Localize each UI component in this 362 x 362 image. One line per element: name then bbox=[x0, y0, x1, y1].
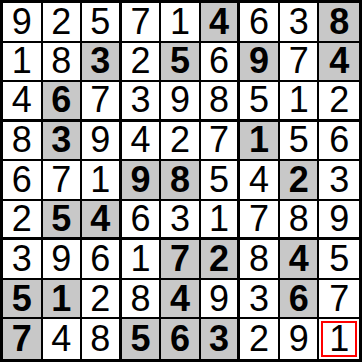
cell-r6c7[interactable]: 7 bbox=[240, 201, 280, 241]
cell-digit: 8 bbox=[90, 321, 110, 357]
cell-r4c3[interactable]: 9 bbox=[82, 122, 122, 162]
cell-r1c5[interactable]: 1 bbox=[161, 3, 201, 43]
cell-r1c6[interactable]: 4 bbox=[201, 3, 241, 43]
cell-digit: 3 bbox=[12, 241, 32, 277]
cell-r7c3[interactable]: 6 bbox=[82, 240, 122, 280]
cell-r7c4[interactable]: 1 bbox=[122, 240, 162, 280]
cell-digit: 7 bbox=[209, 122, 229, 158]
cell-r6c2[interactable]: 5 bbox=[43, 201, 83, 241]
cell-r9c9[interactable]: 1 bbox=[319, 319, 359, 359]
cell-r4c6[interactable]: 7 bbox=[201, 122, 241, 162]
cell-digit: 6 bbox=[289, 281, 309, 317]
cell-r2c9[interactable]: 4 bbox=[319, 43, 359, 83]
cell-r4c5[interactable]: 2 bbox=[161, 122, 201, 162]
cell-digit: 2 bbox=[170, 122, 190, 158]
cell-digit: 2 bbox=[209, 241, 229, 277]
cell-digit: 3 bbox=[329, 162, 349, 198]
cell-digit: 3 bbox=[289, 4, 309, 40]
cell-digit: 5 bbox=[130, 321, 150, 357]
cell-digit: 6 bbox=[170, 321, 190, 357]
cell-digit: 3 bbox=[130, 82, 150, 118]
cell-digit: 6 bbox=[12, 162, 32, 198]
cell-digit: 1 bbox=[249, 122, 269, 158]
cell-r8c9[interactable]: 7 bbox=[319, 280, 359, 320]
cell-r3c1[interactable]: 4 bbox=[3, 82, 43, 122]
cell-digit: 9 bbox=[130, 162, 150, 198]
cell-digit: 9 bbox=[170, 82, 190, 118]
cell-digit: 5 bbox=[329, 241, 349, 277]
cell-r8c7[interactable]: 3 bbox=[240, 280, 280, 320]
cell-r4c8[interactable]: 5 bbox=[280, 122, 320, 162]
cell-r9c5[interactable]: 6 bbox=[161, 319, 201, 359]
cell-digit: 4 bbox=[130, 122, 150, 158]
cell-digit: 4 bbox=[90, 201, 110, 237]
cell-digit: 8 bbox=[170, 162, 190, 198]
cell-r1c1[interactable]: 9 bbox=[3, 3, 43, 43]
cell-digit: 6 bbox=[249, 4, 269, 40]
cell-digit: 1 bbox=[12, 43, 32, 79]
cell-r5c3[interactable]: 1 bbox=[82, 161, 122, 201]
cell-digit: 2 bbox=[12, 201, 32, 237]
cell-r5c5[interactable]: 8 bbox=[161, 161, 201, 201]
cell-digit: 5 bbox=[90, 4, 110, 40]
cell-r3c8[interactable]: 1 bbox=[280, 82, 320, 122]
cell-digit: 7 bbox=[329, 281, 349, 317]
cell-r1c8[interactable]: 3 bbox=[280, 3, 320, 43]
cell-digit: 5 bbox=[249, 82, 269, 118]
cell-digit: 2 bbox=[51, 4, 71, 40]
cell-r8c2[interactable]: 1 bbox=[43, 280, 83, 320]
cell-r8c3[interactable]: 2 bbox=[82, 280, 122, 320]
cell-r2c1[interactable]: 1 bbox=[3, 43, 43, 83]
cell-digit: 5 bbox=[209, 162, 229, 198]
cell-digit: 4 bbox=[329, 43, 349, 79]
cell-digit: 9 bbox=[51, 241, 71, 277]
cell-digit: 2 bbox=[90, 281, 110, 317]
cell-digit: 8 bbox=[130, 281, 150, 317]
cell-digit: 8 bbox=[209, 82, 229, 118]
sudoku-board: 9257146381832569744673985128394271566719… bbox=[0, 0, 362, 362]
cell-digit: 9 bbox=[12, 4, 32, 40]
cell-r7c8[interactable]: 4 bbox=[280, 240, 320, 280]
cell-r9c7[interactable]: 2 bbox=[240, 319, 280, 359]
cell-r5c8[interactable]: 2 bbox=[280, 161, 320, 201]
cell-r5c1[interactable]: 6 bbox=[3, 161, 43, 201]
cell-digit: 4 bbox=[209, 4, 229, 40]
cell-r8c6[interactable]: 9 bbox=[201, 280, 241, 320]
cell-r5c2[interactable]: 7 bbox=[43, 161, 83, 201]
cell-r1c4[interactable]: 7 bbox=[122, 3, 162, 43]
cell-r2c2[interactable]: 8 bbox=[43, 43, 83, 83]
cell-r5c4[interactable]: 9 bbox=[122, 161, 162, 201]
cell-r3c3[interactable]: 7 bbox=[82, 82, 122, 122]
cell-digit: 3 bbox=[51, 122, 71, 158]
cell-r2c6[interactable]: 6 bbox=[201, 43, 241, 83]
cell-r4c1[interactable]: 8 bbox=[3, 122, 43, 162]
cell-digit: 6 bbox=[329, 122, 349, 158]
cell-digit: 1 bbox=[170, 4, 190, 40]
cell-digit: 2 bbox=[249, 321, 269, 357]
cell-digit: 1 bbox=[130, 241, 150, 277]
cell-digit: 4 bbox=[51, 321, 71, 357]
cell-r9c6[interactable]: 3 bbox=[201, 319, 241, 359]
cell-digit: 6 bbox=[130, 201, 150, 237]
cell-digit: 7 bbox=[289, 43, 309, 79]
cell-r2c8[interactable]: 7 bbox=[280, 43, 320, 83]
cell-r8c4[interactable]: 8 bbox=[122, 280, 162, 320]
cell-digit: 5 bbox=[170, 43, 190, 79]
cell-digit: 7 bbox=[170, 241, 190, 277]
cell-r9c8[interactable]: 9 bbox=[280, 319, 320, 359]
cell-digit: 4 bbox=[249, 162, 269, 198]
cell-r6c5[interactable]: 3 bbox=[161, 201, 201, 241]
cell-digit: 3 bbox=[209, 321, 229, 357]
cell-r1c7[interactable]: 6 bbox=[240, 3, 280, 43]
cell-r3c4[interactable]: 3 bbox=[122, 82, 162, 122]
cell-digit: 9 bbox=[90, 122, 110, 158]
cell-r6c8[interactable]: 8 bbox=[280, 201, 320, 241]
cell-r4c7[interactable]: 1 bbox=[240, 122, 280, 162]
cell-r7c6[interactable]: 2 bbox=[201, 240, 241, 280]
cell-digit: 6 bbox=[51, 82, 71, 118]
cell-digit: 7 bbox=[12, 321, 32, 357]
cell-r7c9[interactable]: 5 bbox=[319, 240, 359, 280]
cell-r2c5[interactable]: 5 bbox=[161, 43, 201, 83]
cell-r5c6[interactable]: 5 bbox=[201, 161, 241, 201]
cell-digit: 1 bbox=[90, 162, 110, 198]
cell-r3c7[interactable]: 5 bbox=[240, 82, 280, 122]
cell-digit: 7 bbox=[249, 201, 269, 237]
cell-r5c7[interactable]: 4 bbox=[240, 161, 280, 201]
cell-digit: 8 bbox=[329, 4, 349, 40]
cell-digit: 4 bbox=[289, 241, 309, 277]
cell-r9c2[interactable]: 4 bbox=[43, 319, 83, 359]
cell-digit: 2 bbox=[289, 162, 309, 198]
cell-r1c2[interactable]: 2 bbox=[43, 3, 83, 43]
cell-digit: 4 bbox=[170, 281, 190, 317]
cell-digit: 1 bbox=[209, 201, 229, 237]
cell-r6c6[interactable]: 1 bbox=[201, 201, 241, 241]
cell-digit: 7 bbox=[90, 82, 110, 118]
cell-digit: 1 bbox=[289, 82, 309, 118]
cell-r3c9[interactable]: 2 bbox=[319, 82, 359, 122]
cell-r7c2[interactable]: 9 bbox=[43, 240, 83, 280]
cell-digit: 9 bbox=[289, 321, 309, 357]
cell-r8c8[interactable]: 6 bbox=[280, 280, 320, 320]
cell-digit: 8 bbox=[289, 201, 309, 237]
cell-digit: 9 bbox=[249, 43, 269, 79]
cell-digit: 1 bbox=[51, 281, 71, 317]
cell-r6c4[interactable]: 6 bbox=[122, 201, 162, 241]
cell-r6c1[interactable]: 2 bbox=[3, 201, 43, 241]
cell-r9c3[interactable]: 8 bbox=[82, 319, 122, 359]
cell-digit: 8 bbox=[249, 241, 269, 277]
cell-r9c1[interactable]: 7 bbox=[3, 319, 43, 359]
cell-r7c5[interactable]: 7 bbox=[161, 240, 201, 280]
cell-r4c4[interactable]: 4 bbox=[122, 122, 162, 162]
cell-r9c4[interactable]: 5 bbox=[122, 319, 162, 359]
cell-digit: 4 bbox=[12, 82, 32, 118]
cell-digit: 3 bbox=[170, 201, 190, 237]
cell-digit: 3 bbox=[90, 43, 110, 79]
cell-digit: 9 bbox=[209, 281, 229, 317]
cell-digit: 6 bbox=[90, 241, 110, 277]
cell-digit: 7 bbox=[51, 162, 71, 198]
cell-digit: 1 bbox=[329, 321, 349, 357]
cell-r4c2[interactable]: 3 bbox=[43, 122, 83, 162]
cell-digit: 5 bbox=[51, 201, 71, 237]
cell-r7c7[interactable]: 8 bbox=[240, 240, 280, 280]
cell-digit: 5 bbox=[12, 281, 32, 317]
cell-r5c9[interactable]: 3 bbox=[319, 161, 359, 201]
cell-r1c9[interactable]: 8 bbox=[319, 3, 359, 43]
cell-r2c4[interactable]: 2 bbox=[122, 43, 162, 83]
cell-digit: 3 bbox=[249, 281, 269, 317]
cell-r6c3[interactable]: 4 bbox=[82, 201, 122, 241]
cell-r3c6[interactable]: 8 bbox=[201, 82, 241, 122]
cell-r1c3[interactable]: 5 bbox=[82, 3, 122, 43]
cell-r3c5[interactable]: 9 bbox=[161, 82, 201, 122]
cell-r2c3[interactable]: 3 bbox=[82, 43, 122, 83]
cell-digit: 8 bbox=[12, 122, 32, 158]
cell-digit: 8 bbox=[51, 43, 71, 79]
cell-r6c9[interactable]: 9 bbox=[319, 201, 359, 241]
cell-digit: 2 bbox=[130, 43, 150, 79]
cell-r2c7[interactable]: 9 bbox=[240, 43, 280, 83]
cell-r8c5[interactable]: 4 bbox=[161, 280, 201, 320]
cell-digit: 7 bbox=[130, 4, 150, 40]
cell-r3c2[interactable]: 6 bbox=[43, 82, 83, 122]
cell-r7c1[interactable]: 3 bbox=[3, 240, 43, 280]
cell-digit: 5 bbox=[289, 122, 309, 158]
cell-r8c1[interactable]: 5 bbox=[3, 280, 43, 320]
cell-digit: 9 bbox=[329, 201, 349, 237]
cell-digit: 6 bbox=[209, 43, 229, 79]
cell-digit: 2 bbox=[329, 82, 349, 118]
cell-r4c9[interactable]: 6 bbox=[319, 122, 359, 162]
